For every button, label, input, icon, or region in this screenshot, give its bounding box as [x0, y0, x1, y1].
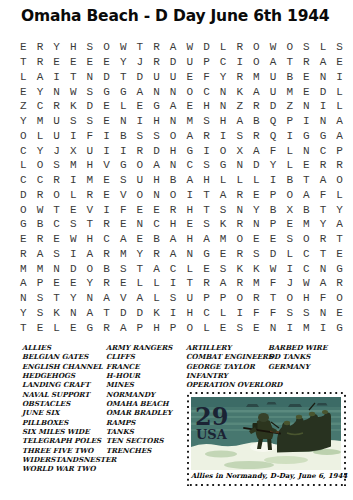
grid-cell: B	[115, 129, 132, 144]
grid-cell: H	[82, 232, 99, 247]
grid-cell: P	[215, 291, 232, 306]
grid-cell: L	[215, 40, 232, 55]
grid-cell: T	[132, 40, 149, 55]
grid-cell: V	[82, 202, 99, 217]
grid-cell: I	[65, 247, 82, 262]
grid-cell: C	[298, 261, 315, 276]
grid-cell: I	[281, 129, 298, 144]
grid-cell: L	[198, 320, 215, 335]
grid-cell: F	[265, 143, 282, 158]
grid-cell: U	[48, 114, 65, 129]
grid-cell: M	[281, 84, 298, 99]
grid-cell: A	[82, 306, 99, 321]
grid-cell: P	[265, 188, 282, 203]
grid-cell: Y	[82, 276, 99, 291]
grid-cell: H	[215, 114, 232, 129]
grid-cell: D	[148, 143, 165, 158]
grid-cell: P	[265, 217, 282, 232]
word-list-item: TANKS	[106, 427, 186, 436]
grid-cell: T	[48, 202, 65, 217]
grid-cell: Q	[265, 114, 282, 129]
grid-cell: I	[98, 129, 115, 144]
grid-cell: L	[65, 188, 82, 203]
grid-cell: N	[65, 306, 82, 321]
grid-cell: O	[298, 232, 315, 247]
grid-cell: O	[215, 143, 232, 158]
grid-cell: E	[181, 99, 198, 114]
grid-cell: R	[231, 247, 248, 262]
grid-cell: A	[115, 320, 132, 335]
grid-cell: K	[215, 217, 232, 232]
grid-cell: O	[248, 40, 265, 55]
grid-cell: O	[281, 188, 298, 203]
grid-cell: O	[331, 173, 348, 188]
grid-cell: O	[281, 291, 298, 306]
word-list-item: HEDGEHOGS	[22, 371, 106, 380]
grid-cell: O	[181, 84, 198, 99]
grid-cell: D	[15, 188, 32, 203]
grid-cell: A	[148, 261, 165, 276]
grid-cell: T	[82, 217, 99, 232]
grid-cell: S	[82, 40, 99, 55]
grid-cell: C	[165, 261, 182, 276]
grid-cell: N	[181, 247, 198, 262]
grid-cell: I	[315, 99, 332, 114]
grid-cell: I	[48, 70, 65, 85]
grid-cell: E	[248, 188, 265, 203]
grid-cell: S	[148, 129, 165, 144]
grid-cell: G	[15, 217, 32, 232]
grid-cell: C	[98, 232, 115, 247]
grid-cell: S	[198, 158, 215, 173]
grid-cell: X	[281, 202, 298, 217]
grid-cell: A	[82, 247, 99, 262]
grid-cell: S	[32, 306, 49, 321]
grid-cell: G	[331, 261, 348, 276]
grid-cell: G	[98, 84, 115, 99]
grid-cell: I	[281, 320, 298, 335]
grid-cell: A	[181, 173, 198, 188]
grid-cell: A	[315, 276, 332, 291]
grid-cell: E	[15, 84, 32, 99]
word-list-item: PILLBOXES	[22, 418, 106, 427]
word-list-item: BELGIAN GATES	[22, 352, 106, 361]
word-list-item: DD TANKS	[268, 352, 353, 361]
grid-cell: Q	[265, 129, 282, 144]
grid-cell: S	[32, 291, 49, 306]
grid-cell: N	[315, 261, 332, 276]
grid-cell: M	[32, 261, 49, 276]
grid-cell: L	[215, 306, 232, 321]
grid-cell: R	[148, 40, 165, 55]
grid-cell: E	[65, 55, 82, 70]
grid-cell: E	[98, 55, 115, 70]
grid-cell: B	[165, 173, 182, 188]
word-list-item: OMAR BRADLEY	[106, 408, 186, 417]
grid-cell: A	[331, 129, 348, 144]
grid-cell: B	[281, 70, 298, 85]
grid-cell: Y	[132, 247, 149, 262]
grid-cell: A	[165, 40, 182, 55]
grid-cell: J	[48, 143, 65, 158]
grid-cell: R	[48, 99, 65, 114]
grid-cell: H	[181, 202, 198, 217]
grid-cell: O	[231, 291, 248, 306]
grid-cell: S	[48, 158, 65, 173]
grid-cell: P	[32, 276, 49, 291]
grid-cell: I	[198, 143, 215, 158]
grid-cell: L	[181, 261, 198, 276]
grid-cell: H	[298, 291, 315, 306]
grid-cell: A	[165, 99, 182, 114]
grid-cell: B	[32, 217, 49, 232]
stamp-perforation-left	[186, 392, 190, 486]
word-list-item: ARMY RANGERS	[106, 343, 186, 352]
grid-cell: C	[48, 217, 65, 232]
grid-cell: A	[165, 232, 182, 247]
grid-cell: E	[65, 320, 82, 335]
grid-cell: D	[115, 306, 132, 321]
grid-cell: V	[115, 291, 132, 306]
word-list-item: ARTILLERY	[186, 343, 268, 352]
grid-cell: I	[98, 143, 115, 158]
grid-cell: R	[231, 217, 248, 232]
grid-cell: E	[298, 84, 315, 99]
grid-cell: R	[132, 143, 149, 158]
grid-cell: O	[165, 129, 182, 144]
grid-cell: N	[265, 320, 282, 335]
puzzle-title: Omaha Beach - D Day June 6th 1944	[21, 7, 329, 25]
grid-cell: C	[15, 173, 32, 188]
grid-cell: G	[298, 129, 315, 144]
grid-cell: T	[265, 291, 282, 306]
grid-cell: G	[82, 320, 99, 335]
grid-cell: T	[181, 276, 198, 291]
word-list-item: WIDERSTANDSNESTER	[22, 455, 106, 464]
grid-cell: G	[315, 129, 332, 144]
grid-cell: L	[331, 84, 348, 99]
grid-cell: F	[115, 202, 132, 217]
word-list-item: FRANCE	[106, 362, 186, 371]
grid-cell: H	[198, 99, 215, 114]
grid-cell: N	[148, 188, 165, 203]
grid-cell: R	[315, 232, 332, 247]
grid-cell: P	[165, 320, 182, 335]
grid-cell: L	[32, 129, 49, 144]
grid-cell: Y	[248, 202, 265, 217]
grid-cell: E	[132, 99, 149, 114]
grid-cell: F	[265, 306, 282, 321]
grid-cell: O	[248, 55, 265, 70]
grid-cell: S	[281, 232, 298, 247]
grid-cell: C	[181, 158, 198, 173]
grid-cell: R	[15, 247, 32, 262]
grid-cell: S	[215, 261, 232, 276]
grid-cell: T	[48, 291, 65, 306]
grid-cell: M	[15, 261, 32, 276]
word-search-page: Omaha Beach - D Day June 6th 1944 ERYHSO…	[0, 0, 353, 500]
grid-cell: H	[165, 217, 182, 232]
grid-cell: Z	[281, 99, 298, 114]
grid-cell: O	[165, 188, 182, 203]
grid-cell: O	[48, 188, 65, 203]
grid-cell: G	[198, 247, 215, 262]
grid-cell: K	[248, 261, 265, 276]
grid-cell: E	[248, 320, 265, 335]
grid-cell: N	[82, 70, 99, 85]
grid-cell: L	[148, 291, 165, 306]
word-list-item: NAVAL SUPPORT	[22, 390, 106, 399]
grid-cell: U	[148, 70, 165, 85]
grid-cell: F	[315, 188, 332, 203]
grid-cell: O	[15, 202, 32, 217]
stamp-perforation-top	[187, 391, 346, 395]
grid-cell: M	[115, 247, 132, 262]
stamp-country: USA	[196, 427, 228, 442]
grid-cell: S	[281, 306, 298, 321]
grid-cell: H	[148, 114, 165, 129]
grid-cell: R	[165, 202, 182, 217]
grid-cell: D	[65, 261, 82, 276]
grid-cell: R	[48, 173, 65, 188]
grid-cell: I	[132, 114, 149, 129]
grid-cell: E	[48, 276, 65, 291]
grid-cell: S	[331, 40, 348, 55]
grid-cell: B	[298, 202, 315, 217]
grid-cell: N	[48, 261, 65, 276]
word-list-item: OPERATION OVERLORD	[186, 380, 268, 389]
grid-cell: E	[115, 276, 132, 291]
word-list-item: COMBAT ENGINEERS	[186, 352, 268, 361]
grid-cell: C	[315, 143, 332, 158]
grid-cell: O	[132, 188, 149, 203]
grid-cell: N	[315, 114, 332, 129]
grid-cell: T	[98, 306, 115, 321]
stamp-caption: Allies in Normandy, D-Day, June 6, 1944	[191, 472, 342, 480]
grid-cell: A	[298, 188, 315, 203]
grid-cell: D	[198, 40, 215, 55]
grid-cell: E	[298, 70, 315, 85]
grid-cell: B	[248, 114, 265, 129]
grid-cell: E	[265, 232, 282, 247]
grid-cell: L	[132, 276, 149, 291]
grid-cell: T	[298, 173, 315, 188]
grid-cell: F	[265, 276, 282, 291]
grid-cell: E	[281, 217, 298, 232]
word-list-empty	[106, 455, 186, 464]
grid-cell: S	[82, 84, 99, 99]
grid-cell: C	[148, 217, 165, 232]
grid-cell: D	[132, 306, 149, 321]
stamp-perforation-bottom	[187, 483, 346, 487]
grid-cell: D	[248, 158, 265, 173]
grid-cell: S	[48, 247, 65, 262]
grid-cell: S	[115, 261, 132, 276]
grid-cell: W	[65, 232, 82, 247]
grid-cell: A	[132, 84, 149, 99]
grid-cell: I	[65, 173, 82, 188]
grid-cell: D	[315, 84, 332, 99]
grid-cell: I	[165, 306, 182, 321]
grid-cell: A	[181, 129, 198, 144]
grid-cell: M	[32, 114, 49, 129]
word-list-item: ENGLISH CHANNEL	[22, 362, 106, 371]
grid-cell: B	[148, 232, 165, 247]
grid-cell: E	[248, 232, 265, 247]
grid-cell: Y	[215, 70, 232, 85]
grid-cell: A	[32, 70, 49, 85]
grid-cell: P	[331, 143, 348, 158]
stamp-perforation-right	[343, 392, 347, 486]
grid-cell: D	[165, 55, 182, 70]
grid-cell: H	[148, 320, 165, 335]
word-list-item: GEORGE TAYLOR	[186, 362, 268, 371]
grid-cell: U	[48, 129, 65, 144]
word-list-item: INFANTRY	[186, 371, 268, 380]
grid-cell: L	[148, 276, 165, 291]
grid-cell: A	[215, 188, 232, 203]
grid-cell: G	[181, 143, 198, 158]
grid-cell: L	[231, 173, 248, 188]
grid-cell: S	[165, 291, 182, 306]
grid-cell: S	[82, 114, 99, 129]
grid-cell: E	[82, 55, 99, 70]
grid-cell: E	[98, 188, 115, 203]
grid-cell: S	[198, 114, 215, 129]
grid-cell: R	[331, 276, 348, 291]
grid-cell: N	[231, 158, 248, 173]
word-list-item: CLIFFS	[106, 352, 186, 361]
grid-cell: A	[265, 55, 282, 70]
grid-cell: Y	[15, 306, 32, 321]
grid-cell: E	[148, 202, 165, 217]
grid-cell: K	[231, 84, 248, 99]
grid-cell: B	[98, 261, 115, 276]
grid-cell: U	[132, 173, 149, 188]
grid-cell: A	[315, 173, 332, 188]
grid-cell: G	[331, 320, 348, 335]
grid-cell: E	[181, 217, 198, 232]
grid-cell: E	[65, 276, 82, 291]
grid-cell: C	[198, 84, 215, 99]
grid-cell: H	[165, 143, 182, 158]
grid-cell: G	[215, 158, 232, 173]
grid-cell: N	[298, 143, 315, 158]
grid-cell: T	[198, 202, 215, 217]
grid-cell: I	[265, 173, 282, 188]
grid-cell: T	[15, 55, 32, 70]
grid-cell: E	[298, 158, 315, 173]
grid-cell: R	[198, 129, 215, 144]
grid-cell: L	[215, 173, 232, 188]
word-list-item: TRENCHES	[106, 446, 186, 455]
grid-cell: O	[331, 291, 348, 306]
grid-cell: S	[248, 247, 265, 262]
grid-cell: U	[165, 70, 182, 85]
grid-cell: M	[215, 232, 232, 247]
grid-cell: C	[15, 143, 32, 158]
grid-cell: A	[331, 114, 348, 129]
grid-cell: R	[98, 247, 115, 262]
grid-cell: O	[231, 232, 248, 247]
grid-cell: S	[298, 306, 315, 321]
grid-cell: L	[281, 143, 298, 158]
grid-cell: S	[215, 202, 232, 217]
grid-cell: N	[165, 114, 182, 129]
grid-cell: W	[298, 276, 315, 291]
grid-cell: M	[298, 217, 315, 232]
grid-cell: O	[132, 158, 149, 173]
grid-cell: R	[248, 129, 265, 144]
grid-cell: W	[32, 202, 49, 217]
grid-cell: I	[165, 276, 182, 291]
grid-cell: Y	[331, 202, 348, 217]
grid-cell: E	[331, 247, 348, 262]
grid-cell: M	[65, 158, 82, 173]
grid-cell: E	[331, 306, 348, 321]
grid-cell: P	[281, 114, 298, 129]
grid-cell: R	[231, 188, 248, 203]
word-list-item: MINES	[106, 380, 186, 389]
grid-cell: I	[298, 114, 315, 129]
grid-cell: D	[98, 70, 115, 85]
grid-cell: E	[132, 232, 149, 247]
grid-cell: H	[148, 173, 165, 188]
grid-cell: N	[315, 70, 332, 85]
postage-stamp: 29 USA Allies in Normandy, D-Day, June 6…	[186, 391, 347, 487]
stamp-image: 29 USA	[191, 397, 341, 470]
grid-cell: N	[48, 84, 65, 99]
grid-cell: Y	[315, 217, 332, 232]
grid-cell: R	[248, 291, 265, 306]
grid-cell: P	[198, 55, 215, 70]
grid-cell: I	[231, 306, 248, 321]
grid-cell: H	[198, 173, 215, 188]
grid-cell: H	[181, 306, 198, 321]
grid-cell: M	[248, 70, 265, 85]
grid-cell: A	[248, 143, 265, 158]
grid-cell: T	[65, 70, 82, 85]
grid-cell: R	[32, 40, 49, 55]
grid-cell: E	[198, 261, 215, 276]
grid-cell: C	[298, 247, 315, 262]
word-list-item: THREE FIVE TWO	[22, 446, 106, 455]
word-list-item: OMAHA BEACH	[106, 399, 186, 408]
grid-cell: C	[215, 55, 232, 70]
grid-cell: R	[198, 276, 215, 291]
word-list-item: BARBED WIRE	[268, 343, 353, 352]
grid-cell: F	[315, 291, 332, 306]
grid-cell: I	[281, 261, 298, 276]
grid-cell: N	[298, 99, 315, 114]
grid-cell: O	[32, 158, 49, 173]
grid-cell: M	[248, 276, 265, 291]
word-list-item: LANDING CRAFT	[22, 380, 106, 389]
grid-cell: E	[48, 55, 65, 70]
grid-cell: R	[32, 55, 49, 70]
grid-cell: A	[331, 217, 348, 232]
grid-cell: Y	[65, 291, 82, 306]
grid-cell: N	[165, 84, 182, 99]
grid-cell: R	[32, 232, 49, 247]
grid-cell: Y	[265, 158, 282, 173]
grid-cell: P	[198, 291, 215, 306]
word-list-item: JUNE SIX	[22, 408, 106, 417]
grid-cell: S	[298, 40, 315, 55]
grid-cell: I	[331, 70, 348, 85]
grid-cell: R	[248, 99, 265, 114]
grid-cell: T	[315, 247, 332, 262]
